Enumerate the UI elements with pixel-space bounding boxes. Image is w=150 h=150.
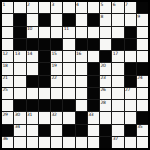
white-cell-r2-c9[interactable] — [112, 27, 123, 38]
white-cell-r1-c11[interactable]: 9 — [137, 14, 148, 25]
white-cell-r0-c6[interactable]: 4 — [76, 2, 87, 13]
clue-number-36: 36 — [3, 137, 8, 142]
black-cell-r8-c4 — [51, 100, 62, 111]
black-cell-r10-c10 — [125, 125, 136, 136]
white-cell-r2-c7[interactable] — [88, 27, 99, 38]
black-cell-r5-c11 — [137, 63, 148, 74]
black-cell-r9-c11 — [137, 112, 148, 123]
black-cell-r10-c5 — [63, 125, 74, 136]
white-cell-r4-c7[interactable] — [88, 51, 99, 62]
white-cell-r10-c1[interactable]: 34 — [14, 125, 25, 136]
white-cell-r5-c0[interactable]: 18 — [2, 63, 13, 74]
clue-number-30: 30 — [15, 112, 20, 117]
clue-number-14: 14 — [27, 51, 32, 56]
white-cell-r11-c5[interactable] — [63, 137, 74, 148]
white-cell-r11-c7[interactable] — [88, 137, 99, 148]
clue-number-19: 19 — [52, 63, 57, 68]
black-cell-r10-c6 — [76, 125, 87, 136]
white-cell-r7-c6[interactable] — [76, 88, 87, 99]
clue-number-26: 26 — [101, 88, 106, 93]
white-cell-r9-c4[interactable]: 32 — [51, 112, 62, 123]
clue-number-2: 2 — [27, 2, 30, 7]
white-cell-r3-c0[interactable] — [2, 39, 13, 50]
black-cell-r5-c7 — [88, 63, 99, 74]
white-cell-r6-c4[interactable]: 22 — [51, 76, 62, 87]
black-cell-r0-c11 — [137, 2, 148, 13]
white-cell-r0-c8[interactable]: 5 — [100, 2, 111, 13]
black-cell-r6-c10 — [125, 76, 136, 87]
clue-number-15: 15 — [52, 51, 57, 56]
white-cell-r1-c10[interactable] — [125, 14, 136, 25]
black-cell-r11-c8 — [100, 137, 111, 148]
black-cell-r9-c6 — [76, 112, 87, 123]
white-cell-r4-c1[interactable]: 13 — [14, 51, 25, 62]
white-cell-r8-c6[interactable] — [76, 100, 87, 111]
black-cell-r1-c7 — [88, 14, 99, 25]
black-cell-r2-c10 — [125, 27, 136, 38]
clue-number-28: 28 — [101, 100, 106, 105]
black-cell-r2-c1 — [14, 27, 25, 38]
white-cell-r11-c11[interactable] — [137, 137, 148, 148]
white-cell-r0-c1[interactable] — [14, 2, 25, 13]
clue-number-3: 3 — [52, 2, 55, 7]
black-cell-r8-c7 — [88, 100, 99, 111]
white-cell-r8-c10[interactable] — [125, 100, 136, 111]
black-cell-r3-c1 — [14, 39, 25, 50]
white-cell-r4-c11[interactable] — [137, 51, 148, 62]
white-cell-r11-c4[interactable] — [51, 137, 62, 148]
white-cell-r4-c5[interactable] — [63, 51, 74, 62]
white-cell-r7-c11[interactable] — [137, 88, 148, 99]
clue-number-22: 22 — [52, 76, 57, 81]
clue-number-20: 20 — [101, 63, 106, 68]
black-cell-r3-c10 — [125, 39, 136, 50]
white-cell-r6-c11[interactable]: 24 — [137, 76, 148, 87]
white-cell-r0-c0[interactable]: 1 — [2, 2, 13, 13]
white-cell-r9-c10[interactable] — [125, 112, 136, 123]
white-cell-r5-c1[interactable] — [14, 63, 25, 74]
black-cell-r1-c1 — [14, 14, 25, 25]
black-cell-r3-c3 — [39, 39, 50, 50]
white-cell-r7-c2[interactable] — [27, 88, 38, 99]
white-cell-r10-c7[interactable] — [88, 125, 99, 136]
white-cell-r9-c2[interactable]: 31 — [27, 112, 38, 123]
white-cell-r3-c8[interactable] — [100, 39, 111, 50]
white-cell-r3-c5[interactable] — [63, 39, 74, 50]
black-cell-r10-c8 — [100, 125, 111, 136]
white-cell-r5-c4[interactable]: 19 — [51, 63, 62, 74]
clue-number-6: 6 — [113, 2, 116, 7]
white-cell-r1-c0[interactable] — [2, 14, 13, 25]
black-cell-r4-c3 — [39, 51, 50, 62]
white-cell-r2-c5[interactable]: 11 — [63, 27, 74, 38]
white-cell-r0-c10[interactable]: 7 — [125, 2, 136, 13]
white-cell-r4-c9[interactable]: 17 — [112, 51, 123, 62]
white-cell-r9-c7[interactable]: 33 — [88, 112, 99, 123]
black-cell-r6-c2 — [27, 76, 38, 87]
white-cell-r9-c5[interactable] — [63, 112, 74, 123]
white-cell-r2-c4[interactable] — [51, 27, 62, 38]
white-cell-r8-c9[interactable] — [112, 100, 123, 111]
clue-number-29: 29 — [3, 112, 8, 117]
white-cell-r5-c5[interactable] — [63, 63, 74, 74]
white-cell-r1-c9[interactable] — [112, 14, 123, 25]
white-cell-r5-c2[interactable] — [27, 63, 38, 74]
clue-number-35: 35 — [137, 125, 142, 130]
black-cell-r3-c2 — [27, 39, 38, 50]
white-cell-r1-c2[interactable] — [27, 14, 38, 25]
white-cell-r6-c8[interactable]: 23 — [100, 76, 111, 87]
white-cell-r4-c4[interactable]: 15 — [51, 51, 62, 62]
clue-number-9: 9 — [137, 14, 140, 19]
white-cell-r0-c2[interactable]: 2 — [27, 2, 38, 13]
clue-number-5: 5 — [101, 2, 104, 7]
white-cell-r2-c6[interactable] — [76, 27, 87, 38]
white-cell-r2-c2[interactable]: 10 — [27, 27, 38, 38]
white-cell-r10-c2[interactable] — [27, 125, 38, 136]
black-cell-r8-c1 — [14, 100, 25, 111]
white-cell-r9-c1[interactable]: 30 — [14, 112, 25, 123]
white-cell-r9-c9[interactable] — [112, 112, 123, 123]
black-cell-r7-c7 — [88, 88, 99, 99]
white-cell-r11-c10[interactable] — [125, 137, 136, 148]
white-cell-r8-c0[interactable] — [2, 100, 13, 111]
white-cell-r6-c5[interactable] — [63, 76, 74, 87]
white-cell-r0-c3[interactable] — [39, 2, 50, 13]
white-cell-r7-c9[interactable] — [112, 88, 123, 99]
white-cell-r2-c8[interactable] — [100, 27, 111, 38]
white-cell-r6-c6[interactable] — [76, 76, 87, 87]
white-cell-r11-c9[interactable]: 37 — [112, 137, 123, 148]
white-cell-r10-c4[interactable] — [51, 125, 62, 136]
white-cell-r9-c0[interactable]: 29 — [2, 112, 13, 123]
clue-number-27: 27 — [125, 88, 130, 93]
clue-number-7: 7 — [125, 2, 128, 7]
white-cell-r11-c3[interactable] — [39, 137, 50, 148]
white-cell-r6-c0[interactable]: 21 — [2, 76, 13, 87]
clue-number-25: 25 — [3, 88, 8, 93]
black-cell-r3-c7 — [88, 39, 99, 50]
white-cell-r4-c0[interactable]: 12 — [2, 51, 13, 62]
white-cell-r5-c8[interactable]: 20 — [100, 63, 111, 74]
clue-number-18: 18 — [3, 63, 8, 68]
white-cell-r0-c7[interactable] — [88, 2, 99, 13]
white-cell-r9-c8[interactable] — [100, 112, 111, 123]
black-cell-r8-c5 — [63, 100, 74, 111]
white-cell-r11-c2[interactable] — [27, 137, 38, 148]
white-cell-r10-c9[interactable] — [112, 125, 123, 136]
black-cell-r3-c9 — [112, 39, 123, 50]
clue-number-10: 10 — [27, 27, 32, 32]
clue-number-1: 1 — [3, 2, 6, 7]
white-cell-r7-c3[interactable] — [39, 88, 50, 99]
black-cell-r6-c7 — [88, 76, 99, 87]
black-cell-r6-c3 — [39, 76, 50, 87]
black-cell-r1-c5 — [63, 14, 74, 25]
clue-number-34: 34 — [15, 125, 20, 130]
clue-number-8: 8 — [101, 14, 104, 19]
white-cell-r2-c11[interactable] — [137, 27, 148, 38]
clue-number-33: 33 — [88, 112, 93, 117]
white-cell-r2-c0[interactable] — [2, 27, 13, 38]
white-cell-r1-c4[interactable] — [51, 14, 62, 25]
white-cell-r1-c8[interactable]: 8 — [100, 14, 111, 25]
clue-number-24: 24 — [137, 76, 142, 81]
white-cell-r0-c4[interactable]: 3 — [51, 2, 62, 13]
black-cell-r4-c8 — [100, 51, 111, 62]
white-cell-r5-c6[interactable] — [76, 63, 87, 74]
clue-number-13: 13 — [15, 51, 20, 56]
white-cell-r7-c10[interactable]: 27 — [125, 88, 136, 99]
white-cell-r4-c6[interactable]: 16 — [76, 51, 87, 62]
black-cell-r8-c3 — [39, 100, 50, 111]
white-cell-r0-c9[interactable]: 6 — [112, 2, 123, 13]
crossword-grid: 1234567891011121314151617181920212223242… — [0, 0, 150, 150]
white-cell-r4-c2[interactable]: 14 — [27, 51, 38, 62]
clue-number-21: 21 — [3, 76, 8, 81]
white-cell-r0-c5[interactable] — [63, 2, 74, 13]
clue-number-37: 37 — [113, 137, 118, 142]
white-cell-r7-c4[interactable] — [51, 88, 62, 99]
white-cell-r8-c8[interactable]: 28 — [100, 100, 111, 111]
white-cell-r5-c9[interactable] — [112, 63, 123, 74]
clue-number-23: 23 — [101, 76, 106, 81]
white-cell-r7-c0[interactable]: 25 — [2, 88, 13, 99]
black-cell-r10-c3 — [39, 125, 50, 136]
white-cell-r7-c1[interactable] — [14, 88, 25, 99]
clue-number-16: 16 — [76, 51, 81, 56]
clue-number-31: 31 — [27, 112, 32, 117]
black-cell-r5-c10 — [125, 63, 136, 74]
black-cell-r3-c4 — [51, 39, 62, 50]
clue-number-12: 12 — [3, 51, 8, 56]
clue-number-11: 11 — [64, 27, 69, 32]
white-cell-r1-c6[interactable] — [76, 14, 87, 25]
black-cell-r10-c0 — [2, 125, 13, 136]
white-cell-r2-c3[interactable] — [39, 27, 50, 38]
white-cell-r4-c10[interactable] — [125, 51, 136, 62]
black-cell-r3-c6 — [76, 39, 87, 50]
white-cell-r9-c3[interactable] — [39, 112, 50, 123]
white-cell-r11-c6[interactable] — [76, 137, 87, 148]
black-cell-r5-c3 — [39, 63, 50, 74]
white-cell-r7-c5[interactable] — [63, 88, 74, 99]
white-cell-r6-c9[interactable] — [112, 76, 123, 87]
white-cell-r6-c1[interactable] — [14, 76, 25, 87]
white-cell-r10-c11[interactable]: 35 — [137, 125, 148, 136]
white-cell-r11-c1[interactable] — [14, 137, 25, 148]
black-cell-r8-c2 — [27, 100, 38, 111]
clue-number-32: 32 — [52, 112, 57, 117]
white-cell-r8-c11[interactable] — [137, 100, 148, 111]
white-cell-r3-c11[interactable] — [137, 39, 148, 50]
white-cell-r11-c0[interactable]: 36 — [2, 137, 13, 148]
clue-number-17: 17 — [113, 51, 118, 56]
clue-number-4: 4 — [76, 2, 79, 7]
white-cell-r7-c8[interactable]: 26 — [100, 88, 111, 99]
black-cell-r1-c3 — [39, 14, 50, 25]
